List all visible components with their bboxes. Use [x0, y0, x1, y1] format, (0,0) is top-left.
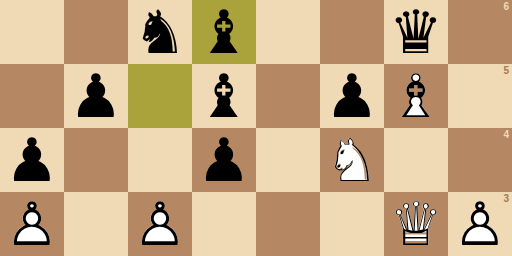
piece-black-queen[interactable]: ♛ — [384, 0, 448, 64]
square-h5[interactable]: 5 — [448, 64, 512, 128]
piece-glyph-fill: ♛ — [384, 192, 448, 256]
piece-glyph-fill: ♟ — [448, 192, 512, 256]
square-d5[interactable]: ♝ — [192, 64, 256, 128]
piece-glyph-fill: ♟ — [128, 192, 192, 256]
square-g4[interactable] — [384, 128, 448, 192]
piece-glyph-fill: ♞ — [320, 128, 384, 192]
square-h4[interactable]: 4 — [448, 128, 512, 192]
piece-black-pawn[interactable]: ♟ — [64, 64, 128, 128]
square-e5[interactable] — [256, 64, 320, 128]
piece-glyph-outline: ♗ — [384, 64, 448, 128]
piece-glyph-fill: ♝ — [384, 64, 448, 128]
piece-white-bishop[interactable]: ♝♗ — [384, 64, 448, 128]
piece-glyph-outline: ♙ — [448, 192, 512, 256]
square-c6[interactable]: ♞ — [128, 0, 192, 64]
piece-glyph-fill: ♝ — [192, 0, 256, 64]
piece-glyph-fill: ♝ — [192, 64, 256, 128]
chess-board: ♞♝♛6♟♝♟♝♗5♟♟♞♘4♟♙♟♙♛♕♟♙3 — [0, 0, 512, 256]
piece-glyph-outline: ♘ — [320, 128, 384, 192]
square-f5[interactable]: ♟ — [320, 64, 384, 128]
piece-white-pawn[interactable]: ♟♙ — [448, 192, 512, 256]
square-f6[interactable] — [320, 0, 384, 64]
square-c5[interactable] — [128, 64, 192, 128]
piece-glyph-fill: ♞ — [128, 0, 192, 64]
square-b6[interactable] — [64, 0, 128, 64]
piece-glyph-outline: ♙ — [0, 192, 64, 256]
piece-glyph-fill: ♟ — [192, 128, 256, 192]
square-b4[interactable] — [64, 128, 128, 192]
square-h6[interactable]: 6 — [448, 0, 512, 64]
square-g3[interactable]: ♛♕ — [384, 192, 448, 256]
square-h3[interactable]: ♟♙3 — [448, 192, 512, 256]
piece-white-pawn[interactable]: ♟♙ — [0, 192, 64, 256]
square-e6[interactable] — [256, 0, 320, 64]
rank-label: 5 — [503, 65, 509, 76]
square-g6[interactable]: ♛ — [384, 0, 448, 64]
piece-glyph-fill: ♟ — [0, 128, 64, 192]
piece-white-queen[interactable]: ♛♕ — [384, 192, 448, 256]
square-d3[interactable] — [192, 192, 256, 256]
square-b3[interactable] — [64, 192, 128, 256]
square-e3[interactable] — [256, 192, 320, 256]
piece-black-pawn[interactable]: ♟ — [0, 128, 64, 192]
square-f4[interactable]: ♞♘ — [320, 128, 384, 192]
piece-glyph-fill: ♛ — [384, 0, 448, 64]
piece-glyph-outline: ♙ — [128, 192, 192, 256]
piece-glyph-fill: ♟ — [320, 64, 384, 128]
piece-black-knight[interactable]: ♞ — [128, 0, 192, 64]
square-d4[interactable]: ♟ — [192, 128, 256, 192]
square-g5[interactable]: ♝♗ — [384, 64, 448, 128]
piece-black-bishop[interactable]: ♝ — [192, 64, 256, 128]
square-c4[interactable] — [128, 128, 192, 192]
square-a6[interactable] — [0, 0, 64, 64]
piece-glyph-fill: ♟ — [0, 192, 64, 256]
piece-black-bishop[interactable]: ♝ — [192, 0, 256, 64]
square-a4[interactable]: ♟ — [0, 128, 64, 192]
rank-label: 6 — [503, 1, 509, 12]
square-a3[interactable]: ♟♙ — [0, 192, 64, 256]
rank-label: 3 — [503, 193, 509, 204]
piece-black-pawn[interactable]: ♟ — [320, 64, 384, 128]
piece-white-knight[interactable]: ♞♘ — [320, 128, 384, 192]
piece-white-pawn[interactable]: ♟♙ — [128, 192, 192, 256]
square-c3[interactable]: ♟♙ — [128, 192, 192, 256]
square-b5[interactable]: ♟ — [64, 64, 128, 128]
square-a5[interactable] — [0, 64, 64, 128]
rank-label: 4 — [503, 129, 509, 140]
piece-glyph-outline: ♕ — [384, 192, 448, 256]
piece-black-pawn[interactable]: ♟ — [192, 128, 256, 192]
square-d6[interactable]: ♝ — [192, 0, 256, 64]
square-f3[interactable] — [320, 192, 384, 256]
piece-glyph-fill: ♟ — [64, 64, 128, 128]
square-e4[interactable] — [256, 128, 320, 192]
